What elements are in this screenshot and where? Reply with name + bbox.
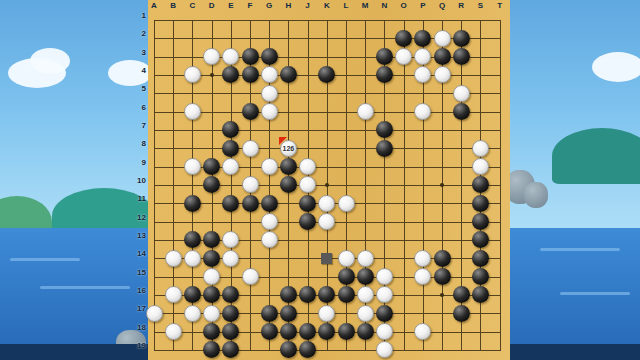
water-ripple (560, 292, 630, 295)
column-label-P: P (417, 1, 429, 10)
white-stone-M16[interactable] (357, 286, 374, 303)
row-label-8: 8 (132, 139, 146, 148)
column-label-B: B (167, 1, 179, 10)
black-stone-J16[interactable] (299, 286, 316, 303)
white-stone-C6[interactable] (184, 103, 201, 120)
column-label-Q: Q (436, 1, 448, 10)
white-stone-J9[interactable] (299, 158, 316, 175)
white-stone-F15[interactable] (242, 268, 259, 285)
row-label-12: 12 (132, 213, 146, 222)
white-stone-P14[interactable] (414, 250, 431, 267)
black-stone-R16[interactable] (453, 286, 470, 303)
column-label-H: H (282, 1, 294, 10)
black-stone-S10[interactable] (472, 176, 489, 193)
column-label-C: C (186, 1, 198, 10)
black-stone-N17[interactable] (376, 305, 393, 322)
white-stone-S9[interactable] (472, 158, 489, 175)
black-stone-Q14[interactable] (434, 250, 451, 267)
white-stone-G6[interactable] (261, 103, 278, 120)
black-stone-H10[interactable] (280, 176, 297, 193)
black-stone-F4[interactable] (242, 66, 259, 83)
white-stone-C9[interactable] (184, 158, 201, 175)
black-stone-D14[interactable] (203, 250, 220, 267)
star-point (440, 293, 444, 297)
black-stone-S11[interactable] (472, 195, 489, 212)
black-stone-E17[interactable] (222, 305, 239, 322)
star-point (210, 73, 214, 77)
row-label-14: 14 (132, 249, 146, 258)
white-stone-C4[interactable] (184, 66, 201, 83)
square-marker (321, 253, 332, 264)
white-stone-G9[interactable] (261, 158, 278, 175)
row-label-15: 15 (132, 268, 146, 277)
black-stone-D18[interactable] (203, 323, 220, 340)
white-stone-Q2[interactable] (434, 30, 451, 47)
column-label-E: E (225, 1, 237, 10)
white-stone-M6[interactable] (357, 103, 374, 120)
black-stone-Q15[interactable] (434, 268, 451, 285)
white-stone-G4[interactable] (261, 66, 278, 83)
black-stone-L15[interactable] (338, 268, 355, 285)
row-label-9: 9 (132, 158, 146, 167)
black-stone-Q3[interactable] (434, 48, 451, 65)
black-stone-D19[interactable] (203, 341, 220, 358)
black-stone-N3[interactable] (376, 48, 393, 65)
go-board[interactable]: 126 (148, 0, 510, 360)
black-stone-D16[interactable] (203, 286, 220, 303)
black-stone-E4[interactable] (222, 66, 239, 83)
white-stone-P6[interactable] (414, 103, 431, 120)
grid-line-v (154, 20, 155, 351)
white-stone-C17[interactable] (184, 305, 201, 322)
row-label-18: 18 (132, 323, 146, 332)
white-stone-B16[interactable] (165, 286, 182, 303)
row-label-6: 6 (132, 103, 146, 112)
black-stone-S12[interactable] (472, 213, 489, 230)
column-label-O: O (398, 1, 410, 10)
black-stone-L18[interactable] (338, 323, 355, 340)
black-stone-F6[interactable] (242, 103, 259, 120)
star-point (440, 183, 444, 187)
black-stone-E16[interactable] (222, 286, 239, 303)
white-stone-G5[interactable] (261, 85, 278, 102)
black-stone-E8[interactable] (222, 140, 239, 157)
star-point (325, 183, 329, 187)
black-stone-R17[interactable] (453, 305, 470, 322)
white-stone-B18[interactable] (165, 323, 182, 340)
row-label-11: 11 (132, 194, 146, 203)
black-stone-S14[interactable] (472, 250, 489, 267)
white-stone-P3[interactable] (414, 48, 431, 65)
black-stone-K16[interactable] (318, 286, 335, 303)
row-label-7: 7 (132, 121, 146, 130)
column-label-L: L (340, 1, 352, 10)
black-stone-N4[interactable] (376, 66, 393, 83)
black-stone-H4[interactable] (280, 66, 297, 83)
grid-line-v (404, 20, 405, 351)
column-label-M: M (359, 1, 371, 10)
white-stone-N18[interactable] (376, 323, 393, 340)
black-stone-H17[interactable] (280, 305, 297, 322)
column-label-D: D (206, 1, 218, 10)
black-stone-H18[interactable] (280, 323, 297, 340)
black-stone-R6[interactable] (453, 103, 470, 120)
white-stone-N16[interactable] (376, 286, 393, 303)
black-stone-S16[interactable] (472, 286, 489, 303)
white-stone-E3[interactable] (222, 48, 239, 65)
black-stone-D10[interactable] (203, 176, 220, 193)
row-label-10: 10 (132, 176, 146, 185)
white-stone-G13[interactable] (261, 231, 278, 248)
black-stone-P2[interactable] (414, 30, 431, 47)
black-stone-H16[interactable] (280, 286, 297, 303)
black-stone-G17[interactable] (261, 305, 278, 322)
black-stone-J19[interactable] (299, 341, 316, 358)
white-stone-F10[interactable] (242, 176, 259, 193)
white-stone-E14[interactable] (222, 250, 239, 267)
white-stone-P4[interactable] (414, 66, 431, 83)
black-stone-F3[interactable] (242, 48, 259, 65)
water-ripple (10, 258, 80, 261)
white-stone-G12[interactable] (261, 213, 278, 230)
white-stone-S8[interactable] (472, 140, 489, 157)
column-label-G: G (263, 1, 275, 10)
white-stone-M17[interactable] (357, 305, 374, 322)
row-label-16: 16 (132, 286, 146, 295)
column-label-T: T (494, 1, 506, 10)
black-stone-K18[interactable] (318, 323, 335, 340)
black-stone-G11[interactable] (261, 195, 278, 212)
white-stone-D3[interactable] (203, 48, 220, 65)
white-stone-K11[interactable] (318, 195, 335, 212)
black-stone-M15[interactable] (357, 268, 374, 285)
column-label-S: S (474, 1, 486, 10)
white-stone-L14[interactable] (338, 250, 355, 267)
white-stone-N15[interactable] (376, 268, 393, 285)
black-stone-E19[interactable] (222, 341, 239, 358)
move-number-label: 126 (280, 140, 297, 157)
black-stone-F11[interactable] (242, 195, 259, 212)
white-stone-K17[interactable] (318, 305, 335, 322)
column-label-A: A (148, 1, 160, 10)
black-stone-H19[interactable] (280, 341, 297, 358)
white-stone-P15[interactable] (414, 268, 431, 285)
water-ripple (40, 286, 130, 289)
black-stone-G18[interactable] (261, 323, 278, 340)
white-stone-D15[interactable] (203, 268, 220, 285)
row-label-3: 3 (132, 48, 146, 57)
black-stone-C11[interactable] (184, 195, 201, 212)
black-stone-K4[interactable] (318, 66, 335, 83)
column-label-R: R (455, 1, 467, 10)
black-stone-C13[interactable] (184, 231, 201, 248)
row-label-5: 5 (132, 84, 146, 93)
white-stone-R5[interactable] (453, 85, 470, 102)
column-label-N: N (378, 1, 390, 10)
black-stone-J11[interactable] (299, 195, 316, 212)
row-label-4: 4 (132, 66, 146, 75)
white-stone-E13[interactable] (222, 231, 239, 248)
black-stone-R3[interactable] (453, 48, 470, 65)
black-stone-E18[interactable] (222, 323, 239, 340)
row-label-17: 17 (132, 304, 146, 313)
black-stone-H9[interactable] (280, 158, 297, 175)
water-ripple (540, 248, 620, 251)
white-stone-P18[interactable] (414, 323, 431, 340)
white-stone-N19[interactable] (376, 341, 393, 358)
hill-right-teal (552, 128, 640, 184)
black-stone-M18[interactable] (357, 323, 374, 340)
black-stone-E7[interactable] (222, 121, 239, 138)
black-stone-E11[interactable] (222, 195, 239, 212)
white-stone-O3[interactable] (395, 48, 412, 65)
black-stone-C16[interactable] (184, 286, 201, 303)
white-stone-Q4[interactable] (434, 66, 451, 83)
go-app-screen: 126 ABCDEFGHJKLMNOPQRST12345678910111213… (0, 0, 640, 360)
white-stone-E9[interactable] (222, 158, 239, 175)
black-stone-R2[interactable] (453, 30, 470, 47)
black-stone-D13[interactable] (203, 231, 220, 248)
grid-line-v (500, 20, 501, 351)
column-label-J: J (302, 1, 314, 10)
white-stone-J10[interactable] (299, 176, 316, 193)
white-stone-A17[interactable] (146, 305, 163, 322)
black-stone-L16[interactable] (338, 286, 355, 303)
black-stone-N8[interactable] (376, 140, 393, 157)
white-stone-F8[interactable] (242, 140, 259, 157)
white-stone-K12[interactable] (318, 213, 335, 230)
white-stone-C14[interactable] (184, 250, 201, 267)
row-label-1: 1 (132, 11, 146, 20)
black-stone-D9[interactable] (203, 158, 220, 175)
row-label-2: 2 (132, 29, 146, 38)
black-stone-J18[interactable] (299, 323, 316, 340)
white-stone-D17[interactable] (203, 305, 220, 322)
black-stone-S13[interactable] (472, 231, 489, 248)
cloud-right (592, 52, 640, 82)
white-stone-L11[interactable] (338, 195, 355, 212)
black-stone-O2[interactable] (395, 30, 412, 47)
black-stone-J12[interactable] (299, 213, 316, 230)
white-stone-M14[interactable] (357, 250, 374, 267)
cloud-left-2 (30, 48, 70, 74)
black-stone-G3[interactable] (261, 48, 278, 65)
white-stone-B14[interactable] (165, 250, 182, 267)
column-label-K: K (321, 1, 333, 10)
row-label-19: 19 (132, 341, 146, 350)
black-stone-S15[interactable] (472, 268, 489, 285)
row-label-13: 13 (132, 231, 146, 240)
black-stone-N7[interactable] (376, 121, 393, 138)
rock-right-2 (524, 182, 548, 208)
column-label-F: F (244, 1, 256, 10)
